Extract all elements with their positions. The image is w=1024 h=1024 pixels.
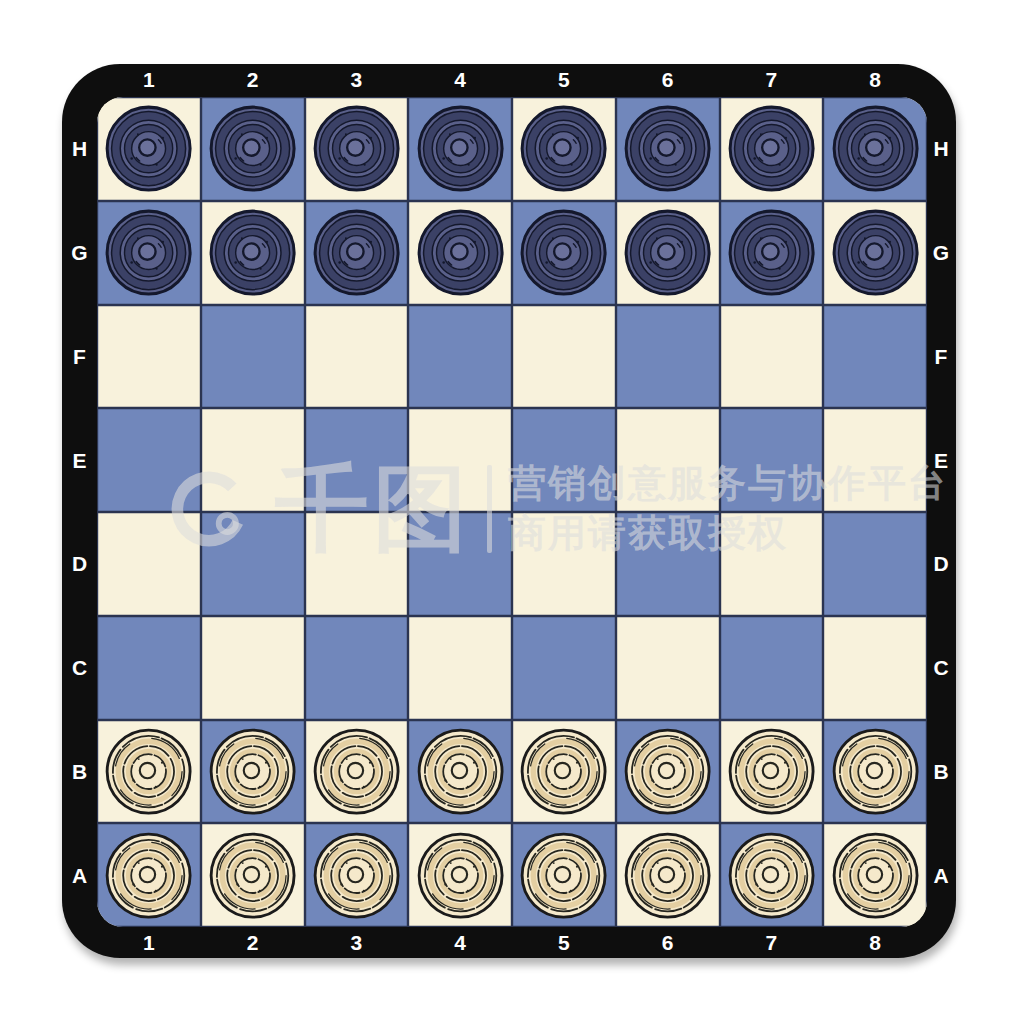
col-label-bottom-5: 5 (512, 926, 616, 958)
square-A4[interactable] (408, 823, 512, 927)
square-D8[interactable] (823, 512, 927, 616)
square-F1[interactable] (97, 305, 201, 409)
row-label-right-D: D (925, 512, 957, 616)
square-F6[interactable] (616, 305, 720, 409)
square-H4[interactable] (408, 97, 512, 201)
square-C3[interactable] (305, 616, 409, 720)
square-E3[interactable] (305, 408, 409, 512)
square-G5[interactable] (512, 201, 616, 305)
bottom-coordinates: 12345678 (97, 926, 927, 958)
dark-checker-H8[interactable] (831, 104, 920, 193)
square-A1[interactable] (97, 823, 201, 927)
illustration-canvas: 12345678 12345678 HGFEDCBA HGFEDCBA (0, 0, 1024, 1024)
col-label-bottom-3: 3 (305, 926, 409, 958)
square-F4[interactable] (408, 305, 512, 409)
light-checker-A8[interactable] (831, 831, 920, 920)
dark-checker-H5[interactable] (519, 104, 608, 193)
light-checker-A6[interactable] (623, 831, 712, 920)
square-F8[interactable] (823, 305, 927, 409)
square-A7[interactable] (720, 823, 824, 927)
dark-checker-G8[interactable] (831, 208, 920, 297)
light-checker-A1[interactable] (104, 831, 193, 920)
dark-checker-G5[interactable] (519, 208, 608, 297)
square-E8[interactable] (823, 408, 927, 512)
light-checker-B7[interactable] (727, 727, 816, 816)
square-D1[interactable] (97, 512, 201, 616)
square-H8[interactable] (823, 97, 927, 201)
square-H3[interactable] (305, 97, 409, 201)
square-E5[interactable] (512, 408, 616, 512)
dark-checker-H2[interactable] (208, 104, 297, 193)
light-checker-A7[interactable] (727, 831, 816, 920)
square-G1[interactable] (97, 201, 201, 305)
square-G8[interactable] (823, 201, 927, 305)
dark-checker-H7[interactable] (727, 104, 816, 193)
square-C4[interactable] (408, 616, 512, 720)
square-C7[interactable] (720, 616, 824, 720)
light-checker-B8[interactable] (831, 727, 920, 816)
col-label-bottom-8: 8 (823, 926, 927, 958)
row-label-right-H: H (925, 97, 957, 201)
square-A2[interactable] (201, 823, 305, 927)
square-H6[interactable] (616, 97, 720, 201)
col-label-bottom-4: 4 (408, 926, 512, 958)
square-D7[interactable] (720, 512, 824, 616)
square-C1[interactable] (97, 616, 201, 720)
square-C5[interactable] (512, 616, 616, 720)
col-label-top-3: 3 (305, 63, 409, 96)
square-B5[interactable] (512, 720, 616, 824)
square-H5[interactable] (512, 97, 616, 201)
col-label-top-8: 8 (823, 63, 927, 96)
row-label-right-E: E (925, 408, 957, 512)
col-label-top-1: 1 (97, 63, 201, 96)
dark-checker-G3[interactable] (312, 208, 401, 297)
square-F7[interactable] (720, 305, 824, 409)
row-label-left-G: G (62, 201, 97, 305)
square-D5[interactable] (512, 512, 616, 616)
col-label-top-5: 5 (512, 63, 616, 96)
square-F2[interactable] (201, 305, 305, 409)
square-B4[interactable] (408, 720, 512, 824)
square-D3[interactable] (305, 512, 409, 616)
board (97, 97, 927, 927)
top-coordinates: 12345678 (97, 63, 927, 96)
light-checker-A2[interactable] (208, 831, 297, 920)
square-E6[interactable] (616, 408, 720, 512)
row-label-right-B: B (925, 720, 957, 824)
dark-checker-G2[interactable] (208, 208, 297, 297)
col-label-top-6: 6 (616, 63, 720, 96)
row-label-left-E: E (62, 408, 97, 512)
light-checker-B6[interactable] (623, 727, 712, 816)
row-label-right-F: F (925, 305, 957, 409)
square-C8[interactable] (823, 616, 927, 720)
dark-checker-H1[interactable] (104, 104, 193, 193)
light-checker-A3[interactable] (312, 831, 401, 920)
square-E2[interactable] (201, 408, 305, 512)
square-G7[interactable] (720, 201, 824, 305)
row-label-left-A: A (62, 823, 97, 927)
dark-checker-G7[interactable] (727, 208, 816, 297)
dark-checker-G6[interactable] (623, 208, 712, 297)
light-checker-B3[interactable] (312, 727, 401, 816)
square-E7[interactable] (720, 408, 824, 512)
square-A5[interactable] (512, 823, 616, 927)
row-label-left-C: C (62, 616, 97, 720)
square-H1[interactable] (97, 97, 201, 201)
col-label-top-2: 2 (201, 63, 305, 96)
light-checker-B5[interactable] (519, 727, 608, 816)
square-H2[interactable] (201, 97, 305, 201)
square-B1[interactable] (97, 720, 201, 824)
square-B8[interactable] (823, 720, 927, 824)
row-label-left-F: F (62, 305, 97, 409)
col-label-bottom-6: 6 (616, 926, 720, 958)
col-label-top-7: 7 (720, 63, 824, 96)
square-D4[interactable] (408, 512, 512, 616)
row-label-left-H: H (62, 97, 97, 201)
square-H7[interactable] (720, 97, 824, 201)
square-C2[interactable] (201, 616, 305, 720)
light-checker-A5[interactable] (519, 831, 608, 920)
right-coordinates: HGFEDCBA (925, 97, 957, 927)
row-label-right-C: C (925, 616, 957, 720)
dark-checker-H4[interactable] (416, 104, 505, 193)
row-label-left-D: D (62, 512, 97, 616)
dark-checker-H6[interactable] (623, 104, 712, 193)
col-label-top-4: 4 (408, 63, 512, 96)
dark-checker-H3[interactable] (312, 104, 401, 193)
light-checker-B1[interactable] (104, 727, 193, 816)
square-E1[interactable] (97, 408, 201, 512)
square-B2[interactable] (201, 720, 305, 824)
square-G6[interactable] (616, 201, 720, 305)
square-A3[interactable] (305, 823, 409, 927)
square-G2[interactable] (201, 201, 305, 305)
square-B7[interactable] (720, 720, 824, 824)
square-G4[interactable] (408, 201, 512, 305)
square-F3[interactable] (305, 305, 409, 409)
square-B3[interactable] (305, 720, 409, 824)
square-D2[interactable] (201, 512, 305, 616)
row-label-left-B: B (62, 720, 97, 824)
row-label-right-G: G (925, 201, 957, 305)
col-label-bottom-7: 7 (720, 926, 824, 958)
dark-checker-G4[interactable] (416, 208, 505, 297)
square-A8[interactable] (823, 823, 927, 927)
light-checker-A4[interactable] (416, 831, 505, 920)
square-C6[interactable] (616, 616, 720, 720)
square-F5[interactable] (512, 305, 616, 409)
left-coordinates: HGFEDCBA (62, 97, 97, 927)
square-G3[interactable] (305, 201, 409, 305)
square-A6[interactable] (616, 823, 720, 927)
light-checker-B4[interactable] (416, 727, 505, 816)
col-label-bottom-2: 2 (201, 926, 305, 958)
square-B6[interactable] (616, 720, 720, 824)
light-checker-B2[interactable] (208, 727, 297, 816)
col-label-bottom-1: 1 (97, 926, 201, 958)
square-D6[interactable] (616, 512, 720, 616)
square-E4[interactable] (408, 408, 512, 512)
dark-checker-G1[interactable] (104, 208, 193, 297)
row-label-right-A: A (925, 823, 957, 927)
